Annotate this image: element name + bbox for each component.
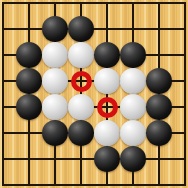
black-stone xyxy=(146,120,172,146)
board-point[interactable] xyxy=(16,120,42,146)
board-point[interactable] xyxy=(94,146,120,172)
board-point[interactable] xyxy=(0,94,16,120)
board-point[interactable] xyxy=(120,94,146,120)
white-stone xyxy=(94,68,120,94)
black-stone xyxy=(42,16,68,42)
board-point[interactable] xyxy=(146,120,172,146)
go-board xyxy=(0,0,188,188)
white-stone xyxy=(42,94,68,120)
board-point[interactable] xyxy=(146,146,172,172)
board-point[interactable] xyxy=(94,172,120,188)
board-point[interactable] xyxy=(146,94,172,120)
board-point[interactable] xyxy=(0,146,16,172)
board-point[interactable] xyxy=(42,120,68,146)
white-stone xyxy=(68,94,94,120)
board-point[interactable] xyxy=(68,68,94,94)
board-point[interactable] xyxy=(42,94,68,120)
board-point[interactable] xyxy=(94,94,120,120)
board-point[interactable] xyxy=(16,68,42,94)
white-stone xyxy=(42,42,68,68)
white-stone xyxy=(42,68,68,94)
black-stone xyxy=(68,120,94,146)
board-point[interactable] xyxy=(0,68,16,94)
board-point[interactable] xyxy=(172,16,188,42)
board-point[interactable] xyxy=(68,42,94,68)
black-stone xyxy=(94,146,120,172)
red-circle-marker xyxy=(97,97,118,118)
black-stone xyxy=(94,42,120,68)
board-point[interactable] xyxy=(120,120,146,146)
black-stone xyxy=(16,94,42,120)
board-point[interactable] xyxy=(94,0,120,16)
black-stone xyxy=(146,68,172,94)
board-point[interactable] xyxy=(42,146,68,172)
board-point[interactable] xyxy=(120,146,146,172)
board-point[interactable] xyxy=(0,120,16,146)
board-points-layer xyxy=(0,0,188,188)
board-point[interactable] xyxy=(68,172,94,188)
black-stone xyxy=(42,120,68,146)
board-point[interactable] xyxy=(16,94,42,120)
board-point[interactable] xyxy=(94,68,120,94)
board-point[interactable] xyxy=(120,42,146,68)
board-point[interactable] xyxy=(146,68,172,94)
board-point[interactable] xyxy=(68,0,94,16)
black-stone xyxy=(120,146,146,172)
board-point[interactable] xyxy=(16,172,42,188)
board-point[interactable] xyxy=(0,16,16,42)
black-stone xyxy=(68,16,94,42)
board-point[interactable] xyxy=(68,94,94,120)
board-point[interactable] xyxy=(68,146,94,172)
board-point[interactable] xyxy=(94,16,120,42)
white-stone xyxy=(120,68,146,94)
board-point[interactable] xyxy=(42,172,68,188)
board-point[interactable] xyxy=(42,68,68,94)
board-point[interactable] xyxy=(0,0,16,16)
board-point[interactable] xyxy=(16,0,42,16)
board-point[interactable] xyxy=(16,42,42,68)
board-point[interactable] xyxy=(16,146,42,172)
board-point[interactable] xyxy=(172,94,188,120)
board-point[interactable] xyxy=(94,42,120,68)
board-point[interactable] xyxy=(146,16,172,42)
board-point[interactable] xyxy=(172,0,188,16)
white-stone xyxy=(120,94,146,120)
white-stone xyxy=(68,42,94,68)
board-point[interactable] xyxy=(172,172,188,188)
board-point[interactable] xyxy=(68,16,94,42)
board-point[interactable] xyxy=(172,120,188,146)
red-circle-marker xyxy=(71,71,92,92)
white-stone xyxy=(120,120,146,146)
board-point[interactable] xyxy=(146,0,172,16)
white-stone xyxy=(94,120,120,146)
board-point[interactable] xyxy=(120,172,146,188)
board-point[interactable] xyxy=(16,16,42,42)
screenshot-root xyxy=(0,0,188,188)
black-stone xyxy=(16,68,42,94)
black-stone xyxy=(146,94,172,120)
board-point[interactable] xyxy=(94,120,120,146)
board-point[interactable] xyxy=(172,42,188,68)
board-point[interactable] xyxy=(68,120,94,146)
board-point[interactable] xyxy=(42,16,68,42)
black-stone xyxy=(16,42,42,68)
board-point[interactable] xyxy=(0,172,16,188)
board-point[interactable] xyxy=(42,0,68,16)
board-point[interactable] xyxy=(172,146,188,172)
board-point[interactable] xyxy=(172,68,188,94)
board-point[interactable] xyxy=(146,172,172,188)
board-point[interactable] xyxy=(120,68,146,94)
board-point[interactable] xyxy=(120,0,146,16)
board-point[interactable] xyxy=(0,42,16,68)
board-point[interactable] xyxy=(146,42,172,68)
board-point[interactable] xyxy=(120,16,146,42)
black-stone xyxy=(120,42,146,68)
board-point[interactable] xyxy=(42,42,68,68)
